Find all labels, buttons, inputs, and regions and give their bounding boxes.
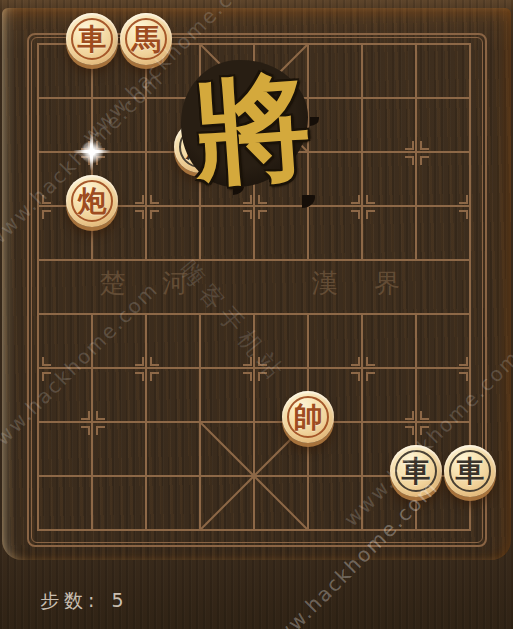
grid-line-vertical — [37, 43, 39, 531]
point-marker — [405, 156, 414, 165]
point-marker — [135, 357, 144, 366]
red-horse-piece[interactable]: 馬 — [120, 13, 172, 65]
point-marker — [351, 357, 360, 366]
black-general-piece[interactable]: 將 — [174, 121, 226, 173]
point-marker — [420, 426, 429, 435]
piece-character: 炮 — [66, 175, 118, 227]
point-marker — [405, 426, 414, 435]
point-marker — [150, 210, 159, 219]
point-marker — [366, 357, 375, 366]
black-chariot-piece[interactable]: 車 — [444, 445, 496, 497]
point-marker — [135, 210, 144, 219]
red-general-piece[interactable]: 帥 — [282, 391, 334, 443]
point-marker — [42, 357, 51, 366]
river-label-right: 漢 界 — [288, 266, 438, 312]
point-marker — [243, 372, 252, 381]
grid-line-vertical — [91, 313, 93, 531]
xiangqi-app: 楚 河 漢 界 車馬將炮帥車車 將 www.hackhome.com www.h… — [0, 0, 513, 629]
point-marker — [96, 141, 105, 150]
point-marker — [459, 210, 468, 219]
point-marker — [366, 195, 375, 204]
step-counter-value: 5 — [111, 589, 123, 611]
point-marker — [420, 141, 429, 150]
point-marker — [420, 411, 429, 420]
point-marker — [135, 195, 144, 204]
point-marker — [96, 426, 105, 435]
point-marker — [81, 426, 90, 435]
point-marker — [81, 141, 90, 150]
point-marker — [243, 210, 252, 219]
point-marker — [405, 141, 414, 150]
point-marker — [459, 195, 468, 204]
point-marker — [42, 195, 51, 204]
point-marker — [150, 372, 159, 381]
piece-character: 馬 — [120, 13, 172, 65]
piece-character: 將 — [174, 121, 226, 173]
point-marker — [243, 357, 252, 366]
point-marker — [42, 210, 51, 219]
red-chariot-piece[interactable]: 車 — [66, 13, 118, 65]
point-marker — [351, 210, 360, 219]
grid-line-vertical — [91, 43, 93, 261]
step-counter: 步数:5 — [40, 588, 124, 614]
grid-line-vertical — [361, 43, 363, 261]
point-marker — [258, 372, 267, 381]
grid-line-vertical — [253, 313, 255, 531]
point-marker — [258, 195, 267, 204]
point-marker — [135, 372, 144, 381]
point-marker — [81, 156, 90, 165]
black-chariot-piece[interactable]: 車 — [390, 445, 442, 497]
grid-line-vertical — [145, 43, 147, 261]
red-cannon-piece[interactable]: 炮 — [66, 175, 118, 227]
step-counter-label: 步数: — [40, 589, 99, 611]
grid-line-vertical — [415, 313, 417, 531]
river-label-left: 楚 河 — [76, 266, 226, 312]
point-marker — [96, 156, 105, 165]
piece-character: 車 — [444, 445, 496, 497]
piece-character: 車 — [390, 445, 442, 497]
point-marker — [150, 357, 159, 366]
grid-line-vertical — [253, 43, 255, 261]
piece-character: 車 — [66, 13, 118, 65]
point-marker — [459, 357, 468, 366]
grid-line-vertical — [415, 43, 417, 261]
point-marker — [366, 372, 375, 381]
grid-line-vertical — [361, 313, 363, 531]
point-marker — [366, 210, 375, 219]
point-marker — [351, 195, 360, 204]
piece-character: 帥 — [282, 391, 334, 443]
point-marker — [258, 210, 267, 219]
point-marker — [243, 195, 252, 204]
point-marker — [459, 372, 468, 381]
grid-line-vertical — [145, 313, 147, 531]
point-marker — [96, 411, 105, 420]
point-marker — [150, 195, 159, 204]
point-marker — [258, 357, 267, 366]
point-marker — [420, 156, 429, 165]
point-marker — [42, 372, 51, 381]
point-marker — [81, 411, 90, 420]
point-marker — [405, 411, 414, 420]
point-marker — [351, 372, 360, 381]
